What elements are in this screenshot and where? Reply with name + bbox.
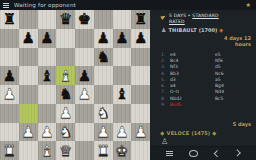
move-black[interactable]: a5 bbox=[215, 77, 251, 82]
move-row: 7.O-ONd4 bbox=[161, 89, 251, 95]
player-row[interactable]: veloce (1475) bbox=[161, 130, 251, 136]
square-a6[interactable] bbox=[0, 48, 19, 67]
player-status-icon-left bbox=[160, 131, 164, 135]
game-panel: 5 DAYS • STANDARD RATED ♟ thibault (1700… bbox=[150, 10, 256, 160]
status-title: Waiting for opponent bbox=[14, 2, 76, 8]
square-c6[interactable] bbox=[38, 48, 57, 67]
square-b4[interactable] bbox=[19, 85, 38, 104]
black-pawn: ♟ bbox=[96, 29, 109, 47]
square-e2[interactable] bbox=[75, 123, 94, 142]
white-bishop: ♝ bbox=[59, 67, 72, 85]
move-number: 9. bbox=[161, 102, 170, 107]
opponent-clock-hours: hours bbox=[235, 41, 251, 47]
move-number: 7. bbox=[161, 89, 170, 94]
game-rated-label[interactable]: RATED bbox=[169, 19, 185, 24]
move-row: 8.Nbd2Bc5 bbox=[161, 95, 251, 101]
game-info-text: 5 DAYS • STANDARD RATED bbox=[169, 13, 219, 24]
move-white[interactable]: a4 bbox=[170, 83, 215, 88]
square-e1[interactable] bbox=[75, 141, 94, 160]
move-row: 1.e4e5 bbox=[161, 51, 251, 57]
panel-spacer bbox=[161, 108, 251, 119]
opponent-status-icon bbox=[220, 28, 224, 32]
square-a7[interactable] bbox=[0, 29, 19, 48]
move-number: 8. bbox=[161, 96, 170, 101]
move-white[interactable]: Nf3 bbox=[170, 64, 215, 69]
square-c7[interactable]: ♟ bbox=[38, 29, 57, 48]
square-c5[interactable]: ♝ bbox=[38, 66, 57, 85]
square-a4[interactable]: ♟ bbox=[0, 85, 19, 104]
square-g6[interactable] bbox=[113, 48, 132, 67]
square-d5[interactable]: ♝ bbox=[56, 66, 75, 85]
move-black[interactable]: Nf6 bbox=[215, 58, 251, 63]
white-rook: ♜ bbox=[96, 142, 109, 160]
square-e3[interactable] bbox=[75, 104, 94, 123]
opponent-clock: 4 days 12 hours bbox=[161, 35, 251, 47]
correspondence-dart-icon bbox=[160, 14, 166, 20]
move-white[interactable]: Bb3 bbox=[170, 71, 215, 76]
move-list[interactable]: 1.e4e52.Bc4Nf63.Nf3d54.Bb3Nc65.d3a56.a4B… bbox=[161, 51, 251, 108]
opponent-name[interactable]: thibault bbox=[168, 27, 196, 33]
square-b7[interactable]: ♟ bbox=[19, 29, 38, 48]
square-g1[interactable]: ♚ bbox=[113, 141, 132, 160]
move-black[interactable]: Bc5 bbox=[215, 96, 251, 101]
square-d1[interactable]: ♛ bbox=[56, 141, 75, 160]
black-pawn: ♟ bbox=[21, 29, 34, 47]
square-d8[interactable]: ♛ bbox=[56, 10, 75, 29]
white-queen: ♛ bbox=[59, 142, 72, 160]
black-bishop: ♝ bbox=[115, 85, 128, 103]
square-b8[interactable] bbox=[19, 10, 38, 29]
square-f7[interactable]: ♟ bbox=[94, 29, 113, 48]
white-knight: ♞ bbox=[96, 104, 109, 122]
chat-bubble-icon[interactable] bbox=[189, 150, 198, 157]
move-black[interactable]: Nd4 bbox=[215, 89, 251, 94]
challenge-star-icon[interactable]: ★ bbox=[246, 0, 251, 10]
square-g8[interactable] bbox=[113, 10, 132, 29]
black-pawn: ♟ bbox=[3, 67, 16, 85]
player-clock: 5 days bbox=[161, 121, 251, 127]
move-number: 2. bbox=[161, 58, 170, 63]
black-pawn-icon: ♟ bbox=[161, 27, 166, 33]
square-e5[interactable]: ♟ bbox=[75, 66, 94, 85]
square-g5[interactable] bbox=[113, 66, 132, 85]
square-c8[interactable] bbox=[38, 10, 57, 29]
square-b6[interactable] bbox=[19, 48, 38, 67]
square-h6[interactable] bbox=[131, 48, 150, 67]
square-a2[interactable] bbox=[0, 123, 19, 142]
white-pawn: ♟ bbox=[40, 123, 53, 141]
black-pawn: ♟ bbox=[115, 29, 128, 47]
white-rook: ♜ bbox=[3, 142, 16, 160]
square-f8[interactable] bbox=[94, 10, 113, 29]
square-d6[interactable] bbox=[56, 48, 75, 67]
game-speed-label: 5 DAYS • bbox=[169, 13, 191, 18]
move-number: 4. bbox=[161, 71, 170, 76]
square-c2[interactable]: ♟ bbox=[38, 123, 57, 142]
square-h7[interactable]: ♟ bbox=[131, 29, 150, 48]
white-pawn: ♟ bbox=[115, 123, 128, 141]
black-pawn: ♟ bbox=[40, 29, 53, 47]
black-knight: ♞ bbox=[96, 48, 109, 66]
square-f3[interactable]: ♞ bbox=[94, 104, 113, 123]
move-black[interactable]: d5 bbox=[215, 64, 251, 69]
square-h8[interactable]: ♜ bbox=[131, 10, 150, 29]
square-g4[interactable]: ♝ bbox=[113, 85, 132, 104]
move-number: 5. bbox=[161, 77, 170, 82]
move-black[interactable]: Nc6 bbox=[215, 71, 251, 76]
white-pawn: ♟ bbox=[134, 123, 147, 141]
captured-pieces: ♙ bbox=[161, 137, 251, 146]
move-number: 1. bbox=[161, 52, 170, 57]
square-c1[interactable]: ♝ bbox=[38, 141, 57, 160]
square-e8[interactable]: ♚ bbox=[75, 10, 94, 29]
square-a3[interactable] bbox=[0, 104, 19, 123]
move-row: 6.a4Bg4 bbox=[161, 82, 251, 88]
white-bishop: ♝ bbox=[40, 142, 53, 160]
move-row: 2.Bc4Nf6 bbox=[161, 57, 251, 63]
white-pawn: ♟ bbox=[78, 85, 91, 103]
square-b3[interactable] bbox=[19, 104, 38, 123]
white-pawn: ♟ bbox=[59, 104, 72, 122]
move-white[interactable]: e4 bbox=[170, 52, 215, 57]
square-d2[interactable]: ♞ bbox=[56, 123, 75, 142]
square-g3[interactable] bbox=[113, 104, 132, 123]
chess-board[interactable]: ♜♛♚♜♟♟♟♟♟♞♟♝♝♟♟♞♟♝♟♞♟♟♞♟♟♟♜♝♛♜♚ bbox=[0, 10, 150, 160]
opponent-rating: (1700) bbox=[199, 27, 218, 33]
player-name[interactable]: veloce bbox=[167, 130, 190, 136]
square-a8[interactable]: ♜ bbox=[0, 10, 19, 29]
square-f1[interactable]: ♜ bbox=[94, 141, 113, 160]
move-number: 3. bbox=[161, 64, 170, 69]
square-d3[interactable]: ♟ bbox=[56, 104, 75, 123]
square-a1[interactable]: ♜ bbox=[0, 141, 19, 160]
square-f4[interactable] bbox=[94, 85, 113, 104]
square-h4[interactable] bbox=[131, 85, 150, 104]
square-b1[interactable] bbox=[19, 141, 38, 160]
player-rating: (1475) bbox=[191, 130, 210, 136]
move-row: 4.Bb3Nc6 bbox=[161, 70, 251, 76]
player-status-icon-right bbox=[212, 131, 216, 135]
move-row: 3.Nf3d5 bbox=[161, 64, 251, 70]
move-number: 6. bbox=[161, 83, 170, 88]
game-variant-label[interactable]: STANDARD bbox=[192, 13, 218, 18]
square-g2[interactable]: ♟ bbox=[113, 123, 132, 142]
top-bar: Waiting for opponent ★ bbox=[0, 0, 256, 10]
square-c3[interactable] bbox=[38, 104, 57, 123]
square-b2[interactable]: ♟ bbox=[19, 123, 38, 142]
square-e6[interactable] bbox=[75, 48, 94, 67]
square-d4[interactable]: ♞ bbox=[56, 85, 75, 104]
menu-hamburger-icon[interactable] bbox=[3, 3, 9, 8]
move-black[interactable]: e5 bbox=[215, 52, 251, 57]
black-pawn: ♟ bbox=[78, 67, 91, 85]
latest-move-white[interactable]: Bxd5 bbox=[170, 102, 215, 107]
white-pawn: ♟ bbox=[3, 85, 16, 103]
black-king: ♚ bbox=[78, 10, 91, 28]
move-black[interactable]: Bg4 bbox=[215, 83, 251, 88]
opponent-row[interactable]: ♟ thibault (1700) bbox=[161, 27, 251, 33]
game-info-row: 5 DAYS • STANDARD RATED bbox=[161, 13, 251, 24]
square-b5[interactable] bbox=[19, 66, 38, 85]
menu-icon[interactable] bbox=[166, 151, 173, 156]
black-rook: ♜ bbox=[134, 10, 147, 28]
square-d7[interactable] bbox=[56, 29, 75, 48]
white-king: ♚ bbox=[115, 142, 128, 160]
move-white[interactable]: Nbd2 bbox=[170, 96, 215, 101]
square-c4[interactable] bbox=[38, 85, 57, 104]
forward-arrow-icon[interactable] bbox=[234, 150, 240, 156]
square-f5[interactable] bbox=[94, 66, 113, 85]
move-white[interactable]: d3 bbox=[170, 77, 215, 82]
square-h1[interactable] bbox=[131, 141, 150, 160]
square-g7[interactable]: ♟ bbox=[113, 29, 132, 48]
white-pawn: ♟ bbox=[21, 123, 34, 141]
square-h2[interactable]: ♟ bbox=[131, 123, 150, 142]
square-f2[interactable]: ♟ bbox=[94, 123, 113, 142]
square-a5[interactable]: ♟ bbox=[0, 66, 19, 85]
square-e7[interactable] bbox=[75, 29, 94, 48]
white-pawn: ♟ bbox=[96, 123, 109, 141]
black-bishop: ♝ bbox=[40, 67, 53, 85]
bottom-toolbar bbox=[150, 146, 256, 160]
square-h3[interactable] bbox=[131, 104, 150, 123]
black-pawn: ♟ bbox=[134, 29, 147, 47]
move-row: 5.d3a5 bbox=[161, 76, 251, 82]
square-e4[interactable]: ♟ bbox=[75, 85, 94, 104]
black-queen: ♛ bbox=[59, 10, 72, 28]
move-white[interactable]: Bc4 bbox=[170, 58, 215, 63]
square-f6[interactable]: ♞ bbox=[94, 48, 113, 67]
move-white[interactable]: O-O bbox=[170, 89, 215, 94]
white-knight: ♞ bbox=[59, 123, 72, 141]
back-arrow-icon[interactable] bbox=[214, 150, 220, 156]
black-rook: ♜ bbox=[3, 10, 16, 28]
square-h5[interactable] bbox=[131, 66, 150, 85]
black-knight: ♞ bbox=[59, 85, 72, 103]
